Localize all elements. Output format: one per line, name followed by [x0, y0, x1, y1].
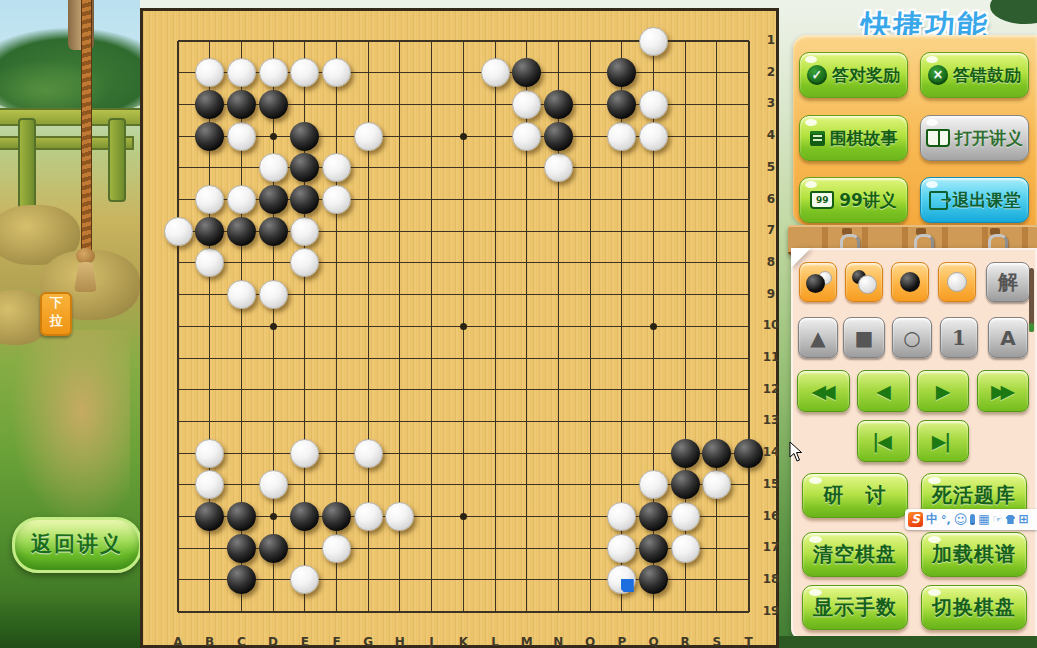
app-window: 下拉 返回讲义 ABCDEFGHJKLMNOPQRST1234567891011…: [0, 0, 1037, 648]
bamboo-gate-post: [108, 118, 126, 202]
column-label: P: [613, 635, 631, 648]
handwriting-icon[interactable]: ☞: [993, 512, 1003, 527]
research-button[interactable]: 研 讨: [802, 473, 908, 518]
skin-icon[interactable]: [1005, 515, 1015, 524]
chinese-mode-icon[interactable]: 中: [926, 512, 938, 527]
black-stone[interactable]: [734, 439, 763, 468]
row-label: 8: [760, 255, 782, 269]
row-label: 9: [760, 287, 782, 301]
white-stone[interactable]: [290, 248, 319, 277]
black-stone[interactable]: [195, 217, 224, 246]
toolbox-icon[interactable]: ⊞: [1018, 512, 1028, 527]
white-stone[interactable]: [322, 153, 351, 182]
white-stone[interactable]: [671, 534, 700, 563]
white-stone-icon: [858, 275, 877, 294]
black-stone[interactable]: [227, 565, 256, 594]
back-to-lecture-button[interactable]: 返回讲义: [12, 517, 140, 573]
square-mark-button[interactable]: ■: [843, 317, 885, 358]
black-stone[interactable]: [195, 502, 224, 531]
white-stone[interactable]: [481, 58, 510, 87]
black-stone[interactable]: [671, 439, 700, 468]
white-stone[interactable]: [195, 439, 224, 468]
white-stone[interactable]: [195, 470, 224, 499]
white-stone[interactable]: [259, 153, 288, 182]
star-point: [460, 133, 467, 140]
white-stone[interactable]: [607, 122, 636, 151]
keyboard-icon[interactable]: ▦: [978, 512, 989, 527]
black-stone[interactable]: [227, 534, 256, 563]
white-stone[interactable]: [639, 122, 668, 151]
fast-rewind-button[interactable]: ◀◀: [797, 370, 850, 412]
white-stone[interactable]: [607, 502, 636, 531]
grid-line-v: [716, 41, 717, 612]
column-label: C: [232, 635, 250, 648]
encourage-wrong-button[interactable]: ✕ 答错鼓励: [920, 52, 1029, 98]
black-stone[interactable]: [671, 470, 700, 499]
black-stone[interactable]: [195, 90, 224, 119]
row-label: 16: [760, 509, 782, 523]
white-stone[interactable]: [639, 90, 668, 119]
white-stone[interactable]: [607, 534, 636, 563]
white-stone[interactable]: [354, 502, 383, 531]
white-stone[interactable]: [290, 217, 319, 246]
white-stone-icon: [947, 272, 967, 292]
grid-line-h: [178, 453, 749, 454]
white-stone[interactable]: [702, 470, 731, 499]
check-icon: ✓: [807, 65, 827, 85]
white-stone[interactable]: [290, 439, 319, 468]
row-label: 5: [760, 160, 782, 174]
bottom-foliage: [779, 636, 1037, 648]
row-label: 14: [760, 445, 782, 459]
row-label: 19: [760, 604, 782, 618]
row-label: 6: [760, 192, 782, 206]
white-stone[interactable]: [354, 122, 383, 151]
column-label: G: [359, 635, 377, 648]
rope-tassel-knob: [76, 248, 95, 264]
pull-down-tab[interactable]: 下拉: [40, 292, 72, 336]
black-stone-icon: [806, 274, 825, 293]
column-label: Q: [645, 635, 663, 648]
column-label: R: [676, 635, 694, 648]
button-label: 99讲义: [839, 189, 897, 212]
black-stone[interactable]: [702, 439, 731, 468]
number-mark-button[interactable]: 1: [940, 317, 978, 358]
star-point: [650, 323, 657, 330]
mic-icon[interactable]: [970, 514, 975, 525]
row-label: 17: [760, 540, 782, 554]
white-stone[interactable]: [639, 470, 668, 499]
clear-board-button[interactable]: 清空棋盘: [802, 532, 908, 577]
white-stone[interactable]: [544, 153, 573, 182]
black-stone[interactable]: [607, 58, 636, 87]
white-stone[interactable]: [322, 58, 351, 87]
variation-marker: [621, 579, 634, 592]
black-stone[interactable]: [639, 565, 668, 594]
foreground-grass: [0, 595, 140, 648]
scenery-background: 下拉 返回讲义: [0, 0, 140, 648]
column-label: T: [740, 635, 758, 648]
black-stone[interactable]: [512, 58, 541, 87]
black-stone[interactable]: [259, 534, 288, 563]
column-label: L: [486, 635, 504, 648]
grid-line-v: [590, 41, 591, 612]
star-point: [460, 513, 467, 520]
row-label: 2: [760, 65, 782, 79]
book-icon: [810, 131, 825, 146]
panel-scrollbar[interactable]: [1029, 268, 1034, 332]
place-white-button[interactable]: [938, 262, 976, 302]
white-stone[interactable]: [227, 58, 256, 87]
black-stone[interactable]: [607, 90, 636, 119]
reward-correct-button[interactable]: ✓ 答对奖励: [799, 52, 908, 98]
black-stone[interactable]: [227, 90, 256, 119]
column-label: D: [264, 635, 282, 648]
row-label: 1: [760, 33, 782, 47]
white-stone[interactable]: [512, 122, 541, 151]
go-board[interactable]: ABCDEFGHJKLMNOPQRST123456789101112131415…: [140, 8, 779, 648]
column-label: E: [296, 635, 314, 648]
book-99-icon: 99: [810, 191, 834, 209]
button-label: 围棋故事: [830, 127, 898, 150]
column-label: F: [328, 635, 346, 648]
star-point: [460, 323, 467, 330]
column-label: K: [454, 635, 472, 648]
column-label: M: [518, 635, 536, 648]
grid-line-v: [748, 41, 750, 612]
sogou-logo-icon[interactable]: S: [908, 512, 923, 527]
star-point: [270, 133, 277, 140]
go-to-start-button[interactable]: |◀: [857, 420, 910, 462]
column-label: N: [549, 635, 567, 648]
white-stone[interactable]: [322, 185, 351, 214]
row-label: 7: [760, 223, 782, 237]
tool-panel: [791, 248, 1037, 640]
black-stone-icon: [900, 272, 920, 292]
white-stone[interactable]: [354, 439, 383, 468]
row-label: 3: [760, 96, 782, 110]
white-stone[interactable]: [259, 58, 288, 87]
open-book-icon: [926, 129, 950, 147]
load-record-button[interactable]: 加载棋谱: [921, 532, 1027, 577]
black-stone[interactable]: [227, 502, 256, 531]
ime-toolbar[interactable]: S 中 °, ☺ ▦ ☞ ⊞: [905, 509, 1037, 530]
white-stone[interactable]: [227, 122, 256, 151]
x-icon: ✕: [928, 65, 948, 85]
black-stone[interactable]: [195, 122, 224, 151]
white-stone[interactable]: [512, 90, 541, 119]
black-stone[interactable]: [259, 185, 288, 214]
step-back-button[interactable]: ◀: [857, 370, 910, 412]
alt-black-first-button[interactable]: [799, 262, 837, 302]
column-label: S: [708, 635, 726, 648]
white-stone[interactable]: [164, 217, 193, 246]
black-stone[interactable]: [259, 217, 288, 246]
black-stone[interactable]: [290, 185, 319, 214]
dirt-path: [10, 330, 130, 530]
white-stone[interactable]: [639, 27, 668, 56]
white-stone[interactable]: [195, 185, 224, 214]
white-stone[interactable]: [290, 58, 319, 87]
grid-line-h: [178, 421, 749, 422]
show-move-numbers-button[interactable]: 显示手数: [802, 585, 908, 630]
open-handout-button[interactable]: 打开讲义: [920, 115, 1029, 161]
white-stone[interactable]: [227, 280, 256, 309]
white-stone[interactable]: [259, 280, 288, 309]
column-label: O: [581, 635, 599, 648]
row-label: 15: [760, 477, 782, 491]
black-stone[interactable]: [322, 502, 351, 531]
grid-line-h: [178, 389, 749, 390]
black-stone[interactable]: [259, 90, 288, 119]
white-stone[interactable]: [259, 470, 288, 499]
black-stone[interactable]: [544, 122, 573, 151]
button-label: 答对奖励: [832, 64, 900, 87]
go-to-end-button[interactable]: ▶|: [917, 420, 969, 462]
punctuation-icon[interactable]: °,: [941, 512, 951, 527]
column-label: J: [423, 635, 441, 648]
row-label: 13: [760, 413, 782, 427]
column-label: A: [169, 635, 187, 648]
white-stone[interactable]: [322, 534, 351, 563]
triangle-mark-button[interactable]: ▲: [798, 317, 838, 358]
go-story-button[interactable]: 围棋故事: [799, 115, 908, 161]
black-stone[interactable]: [639, 534, 668, 563]
button-label: 答错鼓励: [953, 64, 1021, 87]
bamboo-gate-post: [18, 118, 36, 212]
black-stone[interactable]: [544, 90, 573, 119]
letter-mark-button[interactable]: A: [988, 317, 1028, 358]
grid-line-v: [495, 41, 496, 612]
solve-button[interactable]: 解: [986, 262, 1030, 302]
button-label: 退出课堂: [953, 189, 1021, 212]
exit-class-button[interactable]: 退出课堂: [920, 177, 1029, 223]
circle-mark-button[interactable]: ○: [892, 317, 932, 358]
white-stone[interactable]: [195, 248, 224, 277]
grid-line-h: [178, 611, 749, 613]
hanging-rope: [81, 0, 92, 252]
button-label: 打开讲义: [955, 127, 1023, 150]
row-label: 11: [760, 350, 782, 364]
alt-white-first-button[interactable]: [845, 262, 883, 302]
switch-board-button[interactable]: 切换棋盘: [921, 585, 1027, 630]
white-stone[interactable]: [290, 565, 319, 594]
row-label: 18: [760, 572, 782, 586]
column-label: B: [201, 635, 219, 648]
handout-99-button[interactable]: 99 99讲义: [799, 177, 908, 223]
fast-forward-button[interactable]: ▶▶: [977, 370, 1029, 412]
black-stone[interactable]: [290, 502, 319, 531]
step-forward-button[interactable]: ▶: [917, 370, 969, 412]
white-stone[interactable]: [385, 502, 414, 531]
grid-line-h: [178, 358, 749, 359]
column-label: H: [391, 635, 409, 648]
pull-down-label: 下拉: [48, 294, 64, 330]
place-black-button[interactable]: [891, 262, 929, 302]
black-stone[interactable]: [290, 122, 319, 151]
white-stone[interactable]: [227, 185, 256, 214]
row-label: 12: [760, 382, 782, 396]
row-label: 10: [760, 318, 782, 332]
black-stone[interactable]: [290, 153, 319, 182]
star-point: [270, 513, 277, 520]
white-stone[interactable]: [195, 58, 224, 87]
mouse-cursor: [789, 441, 804, 462]
row-label: 4: [760, 128, 782, 142]
black-stone[interactable]: [227, 217, 256, 246]
black-stone[interactable]: [639, 502, 668, 531]
emoji-icon[interactable]: ☺: [954, 512, 968, 527]
star-point: [270, 323, 277, 330]
white-stone[interactable]: [671, 502, 700, 531]
exit-icon: [929, 191, 948, 210]
